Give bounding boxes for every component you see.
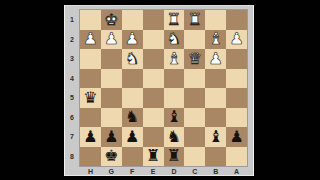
piece-bN-d7: ♞ — [167, 128, 181, 144]
square-f1 — [122, 10, 143, 30]
square-a5 — [226, 88, 247, 108]
square-g6 — [101, 108, 122, 128]
square-f3: ♞ — [122, 49, 143, 69]
square-c8 — [184, 147, 205, 167]
square-e2 — [143, 30, 164, 50]
square-g5 — [101, 88, 122, 108]
square-a7: ♟ — [226, 127, 247, 147]
piece-wP-f2: ♟ — [125, 31, 139, 47]
piece-wP-b3: ♟ — [209, 50, 223, 66]
square-b6 — [205, 108, 226, 128]
piece-bP-a7: ♟ — [229, 128, 243, 144]
square-d5 — [164, 88, 185, 108]
square-b4 — [205, 69, 226, 89]
rank-label-6: 6 — [64, 108, 80, 128]
file-label-f: F — [122, 166, 143, 176]
square-c5 — [184, 88, 205, 108]
piece-wR-c1: ♜ — [188, 11, 202, 27]
square-e3 — [143, 49, 164, 69]
square-b3: ♟ — [205, 49, 226, 69]
square-c3: ♛ — [184, 49, 205, 69]
square-h2: ♟ — [80, 30, 101, 50]
piece-wB-d3: ♝ — [167, 50, 181, 66]
piece-bP-h7: ♟ — [83, 128, 97, 144]
square-f5 — [122, 88, 143, 108]
file-label-e: E — [143, 166, 164, 176]
piece-bN-f6: ♞ — [125, 109, 139, 125]
piece-wN-d2: ♞ — [167, 31, 181, 47]
square-b2: ♝ — [205, 30, 226, 50]
square-h6 — [80, 108, 101, 128]
square-c1: ♜ — [184, 10, 205, 30]
square-g1: ♚ — [101, 10, 122, 30]
square-d1: ♜ — [164, 10, 185, 30]
piece-bQ-h5: ♛ — [83, 89, 97, 105]
piece-bB-b7: ♝ — [209, 128, 223, 144]
file-label-g: G — [101, 166, 122, 176]
square-c6 — [184, 108, 205, 128]
square-d2: ♞ — [164, 30, 185, 50]
chessboard-frame: 12345678 ♚♜♜♟♟♟♞♝♟♞♝♛♟♛♞♝♟♟♟♞♝♟♚♜♜ HGFED… — [64, 5, 254, 176]
square-e7 — [143, 127, 164, 147]
file-label-c: C — [184, 166, 205, 176]
square-h8 — [80, 147, 101, 167]
piece-wP-g2: ♟ — [104, 31, 118, 47]
square-a1 — [226, 10, 247, 30]
rank-label-3: 3 — [64, 49, 80, 69]
square-h7: ♟ — [80, 127, 101, 147]
piece-wP-a2: ♟ — [229, 31, 243, 47]
square-a6 — [226, 108, 247, 128]
square-e6 — [143, 108, 164, 128]
file-label-a: A — [226, 166, 247, 176]
piece-wN-f3: ♞ — [125, 50, 139, 66]
square-e4 — [143, 69, 164, 89]
square-h3 — [80, 49, 101, 69]
square-e5 — [143, 88, 164, 108]
square-b5 — [205, 88, 226, 108]
rank-label-7: 7 — [64, 127, 80, 147]
square-h5: ♛ — [80, 88, 101, 108]
rank-label-5: 5 — [64, 88, 80, 108]
rank-label-4: 4 — [64, 69, 80, 89]
square-c7 — [184, 127, 205, 147]
square-g7: ♟ — [101, 127, 122, 147]
square-d3: ♝ — [164, 49, 185, 69]
rank-labels: 12345678 — [64, 10, 80, 166]
square-g4 — [101, 69, 122, 89]
square-e8: ♜ — [143, 147, 164, 167]
piece-bK-g8: ♚ — [104, 148, 118, 164]
piece-wK-g1: ♚ — [104, 11, 118, 27]
square-g3 — [101, 49, 122, 69]
square-f8 — [122, 147, 143, 167]
piece-wP-h2: ♟ — [83, 31, 97, 47]
square-f7: ♟ — [122, 127, 143, 147]
piece-bR-d8: ♜ — [167, 148, 181, 164]
rank-label-8: 8 — [64, 147, 80, 167]
square-b8 — [205, 147, 226, 167]
square-f4 — [122, 69, 143, 89]
square-b7: ♝ — [205, 127, 226, 147]
square-f6: ♞ — [122, 108, 143, 128]
square-a3 — [226, 49, 247, 69]
piece-bP-g7: ♟ — [104, 128, 118, 144]
file-labels: HGFEDCBA — [80, 166, 247, 176]
square-b1 — [205, 10, 226, 30]
square-e1 — [143, 10, 164, 30]
rank-label-2: 2 — [64, 30, 80, 50]
square-d4 — [164, 69, 185, 89]
square-d6: ♝ — [164, 108, 185, 128]
piece-bR-e8: ♜ — [146, 148, 160, 164]
piece-wR-d1: ♜ — [167, 11, 181, 27]
square-a2: ♟ — [226, 30, 247, 50]
square-f2: ♟ — [122, 30, 143, 50]
chessboard: ♚♜♜♟♟♟♞♝♟♞♝♛♟♛♞♝♟♟♟♞♝♟♚♜♜ — [80, 10, 247, 166]
file-label-b: B — [205, 166, 226, 176]
video-frame: 12345678 ♚♜♜♟♟♟♞♝♟♞♝♛♟♛♞♝♟♟♟♞♝♟♚♜♜ HGFED… — [0, 0, 320, 180]
square-a4 — [226, 69, 247, 89]
square-a8 — [226, 147, 247, 167]
square-d8: ♜ — [164, 147, 185, 167]
square-h1 — [80, 10, 101, 30]
piece-wB-b2: ♝ — [209, 31, 223, 47]
file-label-h: H — [80, 166, 101, 176]
piece-bP-f7: ♟ — [125, 128, 139, 144]
square-c4 — [184, 69, 205, 89]
rank-label-1: 1 — [64, 10, 80, 30]
square-g2: ♟ — [101, 30, 122, 50]
piece-bB-d6: ♝ — [167, 109, 181, 125]
square-h4 — [80, 69, 101, 89]
piece-wQ-c3: ♛ — [188, 50, 202, 66]
square-c2 — [184, 30, 205, 50]
file-label-d: D — [164, 166, 185, 176]
square-d7: ♞ — [164, 127, 185, 147]
square-g8: ♚ — [101, 147, 122, 167]
